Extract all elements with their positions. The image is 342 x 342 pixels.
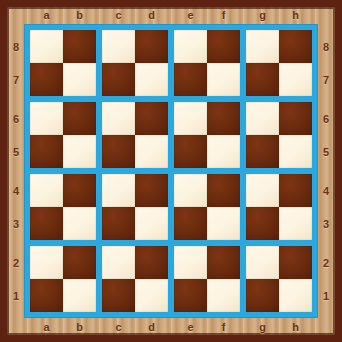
square-f4[interactable] [207,174,240,207]
rank-label-left-7: 7 [13,74,19,85]
rank-label-right-1: 1 [323,290,329,301]
rank-label-right-8: 8 [323,41,329,52]
file-label-bottom-c: c [115,322,121,333]
board-block [30,246,96,312]
rank-label-left-6: 6 [13,113,19,124]
file-label-top-d: d [148,10,155,21]
board-block [30,174,96,240]
file-label-top-b: b [76,10,83,21]
square-g3[interactable] [246,207,279,240]
square-f6[interactable] [207,102,240,135]
square-d8[interactable] [135,30,168,63]
square-c8[interactable] [102,30,135,63]
square-f5[interactable] [207,135,240,168]
square-a1[interactable] [30,279,63,312]
square-c2[interactable] [102,246,135,279]
square-e8[interactable] [174,30,207,63]
square-a6[interactable] [30,102,63,135]
rank-label-left-3: 3 [13,218,19,229]
file-label-top-f: f [222,10,226,21]
rank-label-right-2: 2 [323,257,329,268]
square-g1[interactable] [246,279,279,312]
square-c6[interactable] [102,102,135,135]
square-a5[interactable] [30,135,63,168]
rank-label-left-1: 1 [13,290,19,301]
square-h2[interactable] [279,246,312,279]
square-d6[interactable] [135,102,168,135]
square-b3[interactable] [63,207,96,240]
square-b8[interactable] [63,30,96,63]
board-block [30,102,96,168]
square-c5[interactable] [102,135,135,168]
square-b2[interactable] [63,246,96,279]
board-block [174,102,240,168]
square-g7[interactable] [246,63,279,96]
square-a7[interactable] [30,63,63,96]
board-block [246,174,312,240]
rank-label-right-6: 6 [323,113,329,124]
file-label-bottom-a: a [43,322,49,333]
square-d4[interactable] [135,174,168,207]
square-f3[interactable] [207,207,240,240]
file-label-bottom-e: e [187,322,193,333]
square-h1[interactable] [279,279,312,312]
chess-diagram: aabbccddeeffgghh8877665544332211 [0,0,342,342]
file-label-bottom-h: h [292,322,299,333]
board-block [102,246,168,312]
square-g5[interactable] [246,135,279,168]
square-b5[interactable] [63,135,96,168]
square-a2[interactable] [30,246,63,279]
rank-label-left-4: 4 [13,185,19,196]
file-label-top-c: c [115,10,121,21]
rank-label-right-4: 4 [323,185,329,196]
square-d2[interactable] [135,246,168,279]
square-f7[interactable] [207,63,240,96]
square-h3[interactable] [279,207,312,240]
square-e2[interactable] [174,246,207,279]
rank-label-right-3: 3 [323,218,329,229]
square-d7[interactable] [135,63,168,96]
square-a8[interactable] [30,30,63,63]
rank-label-right-5: 5 [323,146,329,157]
square-g4[interactable] [246,174,279,207]
board-block [246,30,312,96]
file-label-top-g: g [259,10,266,21]
square-e5[interactable] [174,135,207,168]
square-b6[interactable] [63,102,96,135]
file-label-top-e: e [187,10,193,21]
square-h7[interactable] [279,63,312,96]
file-label-bottom-f: f [222,322,226,333]
board-block [174,30,240,96]
board-block [102,102,168,168]
file-label-bottom-d: d [148,322,155,333]
file-label-bottom-g: g [259,322,266,333]
rank-label-right-7: 7 [323,74,329,85]
board-block [102,174,168,240]
square-h4[interactable] [279,174,312,207]
square-a4[interactable] [30,174,63,207]
square-f1[interactable] [207,279,240,312]
rank-label-left-2: 2 [13,257,19,268]
board-block [246,246,312,312]
square-e7[interactable] [174,63,207,96]
square-b4[interactable] [63,174,96,207]
square-g6[interactable] [246,102,279,135]
file-label-top-a: a [43,10,49,21]
square-a3[interactable] [30,207,63,240]
square-g2[interactable] [246,246,279,279]
square-c4[interactable] [102,174,135,207]
board-block [246,102,312,168]
square-e6[interactable] [174,102,207,135]
square-b1[interactable] [63,279,96,312]
square-c3[interactable] [102,207,135,240]
square-d3[interactable] [135,207,168,240]
rank-label-left-8: 8 [13,41,19,52]
square-d5[interactable] [135,135,168,168]
chess-board [24,24,318,318]
square-h8[interactable] [279,30,312,63]
file-label-top-h: h [292,10,299,21]
square-c1[interactable] [102,279,135,312]
square-b7[interactable] [63,63,96,96]
board-block [30,30,96,96]
board-block [102,30,168,96]
square-c7[interactable] [102,63,135,96]
square-d1[interactable] [135,279,168,312]
square-h5[interactable] [279,135,312,168]
rank-label-left-5: 5 [13,146,19,157]
square-f8[interactable] [207,30,240,63]
square-g8[interactable] [246,30,279,63]
file-label-bottom-b: b [76,322,83,333]
board-block [174,174,240,240]
square-f2[interactable] [207,246,240,279]
square-h6[interactable] [279,102,312,135]
square-e3[interactable] [174,207,207,240]
square-e1[interactable] [174,279,207,312]
board-block [174,246,240,312]
square-e4[interactable] [174,174,207,207]
